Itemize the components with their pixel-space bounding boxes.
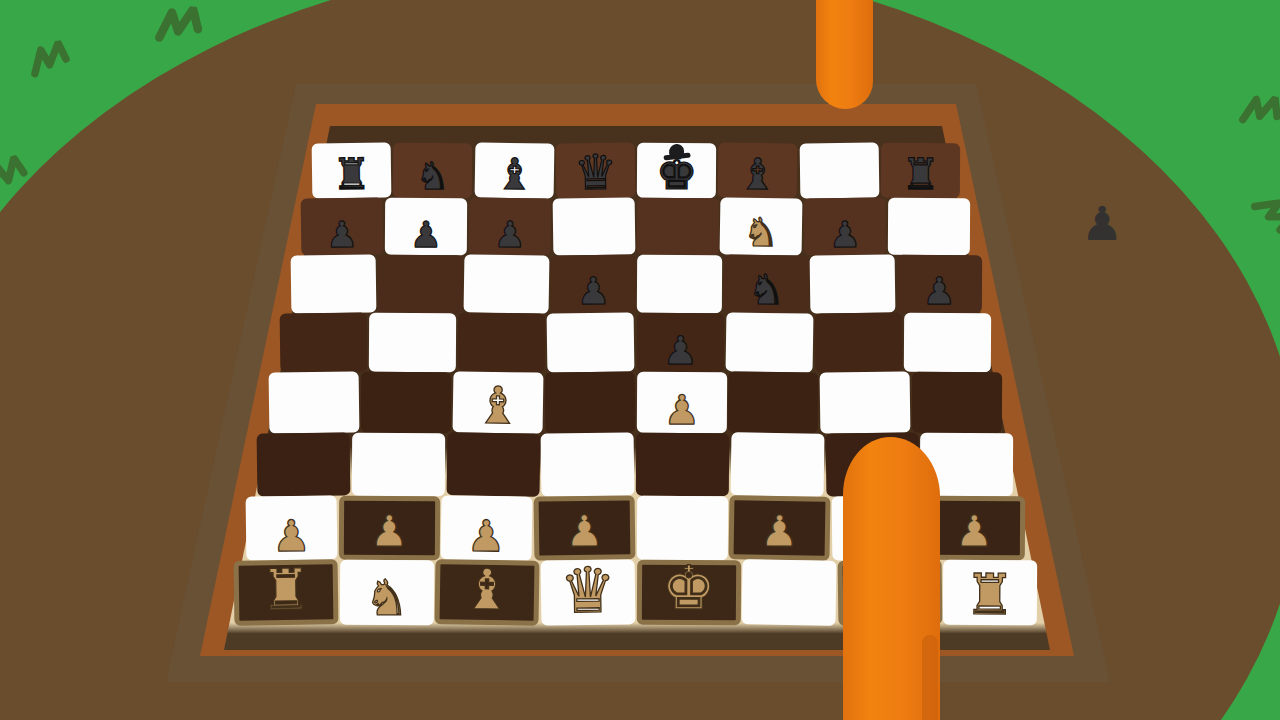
square-a1[interactable]: ♜: [234, 559, 339, 625]
square-a3[interactable]: [257, 432, 351, 496]
square-b4[interactable]: [361, 372, 451, 434]
square-e8[interactable]: ♚: [637, 143, 717, 198]
square-f7[interactable]: ♞: [720, 197, 803, 255]
black-rook[interactable]: ♜: [332, 153, 371, 197]
square-g7[interactable]: ♟: [804, 197, 887, 255]
black-bishop[interactable]: ♝: [738, 153, 777, 197]
square-e4[interactable]: ♟: [636, 372, 726, 434]
square-b8[interactable]: ♞: [393, 143, 473, 198]
white-queen[interactable]: ♛: [559, 560, 616, 623]
square-a2[interactable]: ♟: [246, 495, 338, 560]
black-pawn[interactable]: ♟: [326, 217, 359, 253]
square-e6[interactable]: [637, 255, 722, 314]
white-bishop[interactable]: ♝: [474, 380, 521, 432]
square-c3[interactable]: [446, 432, 540, 496]
orange-arm-bottom: [843, 437, 940, 720]
square-d4[interactable]: [544, 371, 635, 433]
board-rank-6: ♟♞♟: [290, 255, 982, 313]
white-rook[interactable]: ♜: [965, 567, 1016, 623]
square-b2[interactable]: ♟: [338, 496, 439, 561]
board-rank-7: ♟♟♟♞♟: [300, 198, 971, 255]
square-f8[interactable]: ♝: [718, 142, 798, 198]
square-c1[interactable]: ♝: [435, 559, 540, 626]
square-f4[interactable]: [728, 371, 819, 433]
board-rank-4: ♝♟: [268, 372, 1003, 433]
square-h1[interactable]: ♜: [943, 560, 1037, 626]
square-f6[interactable]: ♞: [723, 254, 808, 313]
white-pawn[interactable]: ♟: [955, 510, 994, 553]
white-knight[interactable]: ♞: [364, 574, 408, 624]
orange-arm-top: [816, 0, 873, 109]
square-e2[interactable]: [636, 496, 727, 561]
square-d2[interactable]: ♟: [533, 495, 635, 560]
white-pawn[interactable]: ♟: [272, 515, 311, 559]
square-d1[interactable]: ♛: [540, 559, 635, 625]
square-d7[interactable]: [552, 197, 635, 255]
black-rook[interactable]: ♜: [901, 153, 940, 196]
square-b6[interactable]: [377, 255, 462, 314]
square-c5[interactable]: [458, 312, 546, 372]
captured-black-pawn[interactable]: ♟: [1081, 200, 1123, 247]
square-f2[interactable]: ♟: [729, 495, 831, 561]
white-pawn[interactable]: ♟: [565, 510, 604, 554]
white-bishop[interactable]: ♝: [462, 562, 513, 619]
square-d3[interactable]: [541, 432, 635, 496]
square-a7[interactable]: ♟: [301, 197, 384, 255]
square-a8[interactable]: ♜: [312, 142, 392, 198]
square-f3[interactable]: [730, 432, 824, 496]
square-h5[interactable]: [904, 313, 991, 373]
black-queen[interactable]: ♛: [573, 148, 617, 197]
black-bishop[interactable]: ♝: [494, 153, 533, 197]
black-knight[interactable]: ♞: [416, 158, 450, 196]
square-g5[interactable]: [814, 312, 902, 372]
square-f5[interactable]: [725, 312, 813, 372]
square-b3[interactable]: [352, 433, 445, 497]
square-b7[interactable]: ♟: [385, 198, 467, 255]
square-c8[interactable]: ♝: [474, 142, 554, 198]
white-pawn[interactable]: ♟: [369, 510, 408, 553]
square-c2[interactable]: ♟: [441, 495, 533, 560]
black-pawn[interactable]: ♟: [922, 273, 956, 311]
white-pawn[interactable]: ♟: [663, 390, 700, 431]
square-a6[interactable]: [291, 254, 376, 313]
square-e3[interactable]: [636, 433, 729, 497]
square-h7[interactable]: [888, 198, 970, 255]
black-pawn[interactable]: ♟: [410, 217, 443, 253]
black-pawn[interactable]: ♟: [576, 273, 610, 311]
square-b1[interactable]: ♞: [339, 560, 433, 626]
square-c7[interactable]: ♟: [468, 197, 551, 255]
square-c4[interactable]: ♝: [452, 371, 543, 433]
square-g6[interactable]: [810, 254, 895, 313]
square-g4[interactable]: [820, 371, 911, 433]
square-f1[interactable]: [742, 559, 837, 625]
square-d5[interactable]: [547, 312, 635, 372]
square-h4[interactable]: [912, 372, 1002, 434]
square-e5[interactable]: ♟: [636, 313, 723, 373]
board-rank-5: ♟: [279, 313, 992, 372]
white-king[interactable]: ♚: [661, 557, 716, 618]
white-pawn[interactable]: ♟: [467, 514, 506, 558]
grass-tuft-icon: [1235, 89, 1280, 132]
square-e1[interactable]: ♚: [636, 560, 740, 626]
square-h8[interactable]: ♜: [881, 143, 961, 198]
square-d8[interactable]: ♛: [555, 142, 635, 198]
square-a5[interactable]: [280, 312, 368, 372]
square-d6[interactable]: ♟: [550, 254, 635, 313]
board-rank-8: ♜♞♝♛♚♝♜: [311, 143, 961, 198]
black-pawn[interactable]: ♟: [493, 217, 526, 254]
grass-tuft-icon: [1247, 186, 1280, 245]
white-rook[interactable]: ♜: [260, 562, 311, 619]
black-pawn[interactable]: ♟: [829, 217, 862, 253]
square-e7[interactable]: [636, 198, 718, 255]
white-pawn[interactable]: ♟: [760, 509, 799, 553]
black-knight[interactable]: ♞: [747, 269, 785, 311]
black-pawn[interactable]: ♟: [662, 331, 697, 370]
white-knight[interactable]: ♞: [743, 213, 779, 253]
grass-tuft-icon: [24, 39, 76, 79]
square-h6[interactable]: ♟: [896, 255, 981, 314]
square-c6[interactable]: [464, 254, 549, 313]
square-g8[interactable]: [799, 142, 879, 198]
grass-tuft-icon: [151, 3, 209, 47]
square-b5[interactable]: [369, 313, 456, 373]
square-a4[interactable]: [269, 371, 360, 433]
